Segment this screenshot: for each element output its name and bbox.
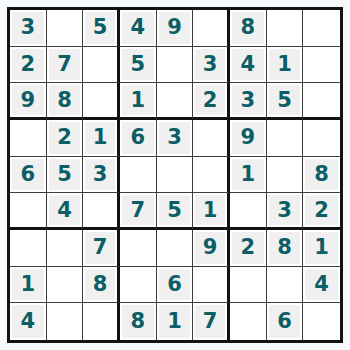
cell-r4c1[interactable]	[10, 120, 47, 157]
cell-r8c2[interactable]	[47, 267, 84, 304]
cell-r8c4[interactable]	[120, 267, 157, 304]
cell-r4c9[interactable]	[303, 120, 340, 157]
cell-r2c3[interactable]	[83, 47, 120, 84]
cell-r5c7: 1	[230, 157, 267, 194]
cell-r1c1: 3	[10, 10, 47, 47]
cell-r8c8[interactable]	[267, 267, 304, 304]
cell-r7c2[interactable]	[47, 230, 84, 267]
cell-r9c2[interactable]	[47, 303, 84, 340]
cell-r5c3: 3	[83, 157, 120, 194]
cell-r1c5: 9	[157, 10, 194, 47]
cell-r9c6: 7	[193, 303, 230, 340]
cell-r8c9: 4	[303, 267, 340, 304]
cell-r3c2: 8	[47, 83, 84, 120]
cell-r5c9: 8	[303, 157, 340, 194]
cell-r8c7[interactable]	[230, 267, 267, 304]
cell-r3c4: 1	[120, 83, 157, 120]
cell-r2c4: 5	[120, 47, 157, 84]
cell-r4c2: 2	[47, 120, 84, 157]
cell-r2c2: 7	[47, 47, 84, 84]
cell-r2c1: 2	[10, 47, 47, 84]
cell-r9c7[interactable]	[230, 303, 267, 340]
cell-r4c3: 1	[83, 120, 120, 157]
cell-r2c6: 3	[193, 47, 230, 84]
cell-r3c5[interactable]	[157, 83, 194, 120]
cell-r3c7: 3	[230, 83, 267, 120]
cell-r6c6: 1	[193, 193, 230, 230]
cell-r6c2: 4	[47, 193, 84, 230]
cell-r1c2[interactable]	[47, 10, 84, 47]
cell-r9c8: 6	[267, 303, 304, 340]
cell-r6c5: 5	[157, 193, 194, 230]
cell-r9c1: 4	[10, 303, 47, 340]
cell-r6c3[interactable]	[83, 193, 120, 230]
cell-r2c5[interactable]	[157, 47, 194, 84]
cell-r6c9: 2	[303, 193, 340, 230]
cell-r6c4: 7	[120, 193, 157, 230]
cell-r8c6[interactable]	[193, 267, 230, 304]
cell-r7c4[interactable]	[120, 230, 157, 267]
cell-r8c3: 8	[83, 267, 120, 304]
cell-r7c6: 9	[193, 230, 230, 267]
cell-r6c8: 3	[267, 193, 304, 230]
cell-r5c1: 6	[10, 157, 47, 194]
cell-r5c6[interactable]	[193, 157, 230, 194]
cell-r2c9[interactable]	[303, 47, 340, 84]
cell-r9c5: 1	[157, 303, 194, 340]
cell-r4c6[interactable]	[193, 120, 230, 157]
cell-r7c8: 8	[267, 230, 304, 267]
cell-r6c1[interactable]	[10, 193, 47, 230]
cell-r4c4: 6	[120, 120, 157, 157]
cell-r5c8[interactable]	[267, 157, 304, 194]
cell-r4c5: 3	[157, 120, 194, 157]
cell-r2c8: 1	[267, 47, 304, 84]
cell-r3c1: 9	[10, 83, 47, 120]
cell-r5c4[interactable]	[120, 157, 157, 194]
cell-r1c6[interactable]	[193, 10, 230, 47]
cell-r1c9[interactable]	[303, 10, 340, 47]
cell-r1c3: 5	[83, 10, 120, 47]
cell-r7c7: 2	[230, 230, 267, 267]
cell-r1c4: 4	[120, 10, 157, 47]
sudoku-board: 3549827534198123521639653184751327928118…	[7, 7, 343, 343]
cell-r7c3: 7	[83, 230, 120, 267]
cell-r5c2: 5	[47, 157, 84, 194]
cell-r5c5[interactable]	[157, 157, 194, 194]
cell-r3c6: 2	[193, 83, 230, 120]
cell-r7c1[interactable]	[10, 230, 47, 267]
cell-r9c3[interactable]	[83, 303, 120, 340]
cell-r1c8[interactable]	[267, 10, 304, 47]
cell-r4c8[interactable]	[267, 120, 304, 157]
cell-r7c5[interactable]	[157, 230, 194, 267]
cell-r2c7: 4	[230, 47, 267, 84]
cell-r4c7: 9	[230, 120, 267, 157]
cell-r7c9: 1	[303, 230, 340, 267]
cell-r1c7: 8	[230, 10, 267, 47]
cell-r9c4: 8	[120, 303, 157, 340]
cell-r8c5: 6	[157, 267, 194, 304]
cell-r3c9[interactable]	[303, 83, 340, 120]
cell-r3c8: 5	[267, 83, 304, 120]
cell-r9c9[interactable]	[303, 303, 340, 340]
cell-r3c3[interactable]	[83, 83, 120, 120]
cell-r6c7[interactable]	[230, 193, 267, 230]
cell-r8c1: 1	[10, 267, 47, 304]
